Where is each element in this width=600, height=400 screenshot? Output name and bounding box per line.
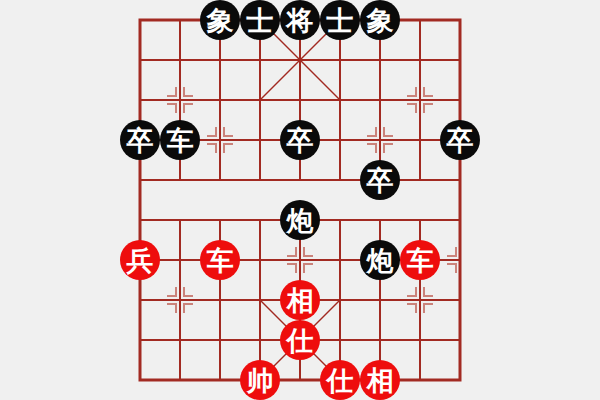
piece-black-cannon[interactable]: 炮 xyxy=(360,240,400,280)
piece-red-chariot[interactable]: 车 xyxy=(200,240,240,280)
piece-black-soldier[interactable]: 卒 xyxy=(280,120,320,160)
piece-black-general[interactable]: 将 xyxy=(280,0,320,40)
piece-black-elephant[interactable]: 象 xyxy=(360,0,400,40)
piece-red-general[interactable]: 帅 xyxy=(240,360,280,400)
piece-black-cannon[interactable]: 炮 xyxy=(280,200,320,240)
piece-red-advisor[interactable]: 仕 xyxy=(280,320,320,360)
piece-black-elephant[interactable]: 象 xyxy=(200,0,240,40)
piece-black-advisor[interactable]: 士 xyxy=(320,0,360,40)
piece-black-soldier[interactable]: 卒 xyxy=(360,160,400,200)
pieces-layer: 象士将士象卒车卒卒卒炮兵车炮车相仕帅仕相 xyxy=(120,0,480,400)
piece-red-advisor[interactable]: 仕 xyxy=(320,360,360,400)
piece-red-chariot[interactable]: 车 xyxy=(400,240,440,280)
piece-black-advisor[interactable]: 士 xyxy=(240,0,280,40)
piece-black-soldier[interactable]: 卒 xyxy=(120,120,160,160)
piece-red-elephant[interactable]: 相 xyxy=(360,360,400,400)
piece-red-soldier[interactable]: 兵 xyxy=(120,240,160,280)
piece-black-chariot[interactable]: 车 xyxy=(160,120,200,160)
piece-black-soldier[interactable]: 卒 xyxy=(440,120,480,160)
piece-red-elephant[interactable]: 相 xyxy=(280,280,320,320)
xiangqi-board-screenshot: 象士将士象卒车卒卒卒炮兵车炮车相仕帅仕相 xyxy=(0,0,600,400)
